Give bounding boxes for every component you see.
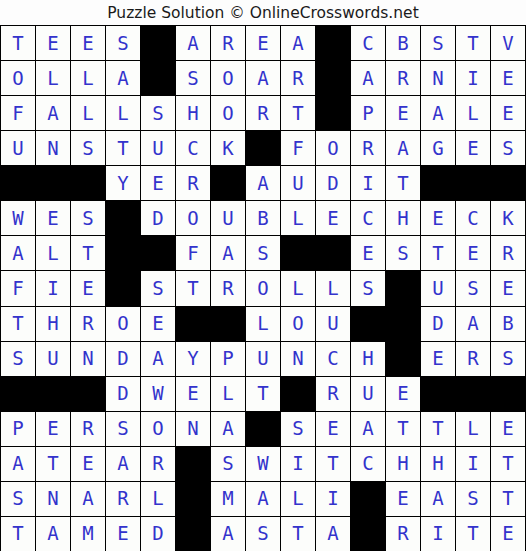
- letter-cell-r4c14: E: [456, 131, 490, 165]
- letter-cell-r11c5: W: [141, 377, 175, 411]
- letter-cell-r9c8: L: [246, 307, 280, 341]
- block-cell-r4c8: [246, 131, 280, 165]
- letter-cell-r6c6: O: [176, 201, 210, 235]
- letter-cell-r14c1: S: [1, 482, 35, 516]
- letter-cell-r3c15: E: [491, 96, 525, 130]
- letter-cell-r9c14: A: [456, 307, 490, 341]
- letter-cell-r1c12: B: [386, 26, 420, 60]
- block-cell-r14c6: [176, 482, 210, 516]
- letter-cell-r7c12: S: [386, 236, 420, 270]
- letter-cell-r8c13: U: [421, 271, 455, 305]
- letter-cell-r15c13: I: [421, 517, 455, 551]
- letter-cell-r10c7: P: [211, 342, 245, 376]
- block-cell-r11c14: [456, 377, 490, 411]
- block-cell-r8c12: [386, 271, 420, 305]
- letter-cell-r3c6: H: [176, 96, 210, 130]
- letter-cell-r2c8: A: [246, 61, 280, 95]
- letter-cell-r6c12: H: [386, 201, 420, 235]
- letter-cell-r3c11: P: [351, 96, 385, 130]
- letter-cell-r15c4: E: [106, 517, 140, 551]
- letter-cell-r13c8: W: [246, 447, 280, 481]
- block-cell-r3c10: [316, 96, 350, 130]
- block-cell-r7c9: [281, 236, 315, 270]
- letter-cell-r9c4: O: [106, 307, 140, 341]
- letter-cell-r5c5: E: [141, 166, 175, 200]
- letter-cell-r4c4: T: [106, 131, 140, 165]
- letter-cell-r6c3: S: [71, 201, 105, 235]
- letter-cell-r10c2: U: [36, 342, 70, 376]
- letter-cell-r11c4: D: [106, 377, 140, 411]
- letter-cell-r14c10: I: [316, 482, 350, 516]
- block-cell-r11c13: [421, 377, 455, 411]
- letter-cell-r5c6: R: [176, 166, 210, 200]
- letter-cell-r1c11: C: [351, 26, 385, 60]
- block-cell-r2c5: [141, 61, 175, 95]
- letter-cell-r4c5: U: [141, 131, 175, 165]
- letter-cell-r14c13: A: [421, 482, 455, 516]
- letter-cell-r10c5: A: [141, 342, 175, 376]
- letter-cell-r13c13: H: [421, 447, 455, 481]
- letter-cell-r10c6: Y: [176, 342, 210, 376]
- letter-cell-r5c10: D: [316, 166, 350, 200]
- letter-cell-r6c13: E: [421, 201, 455, 235]
- letter-cell-r1c14: T: [456, 26, 490, 60]
- letter-cell-r10c13: E: [421, 342, 455, 376]
- letter-cell-r6c11: C: [351, 201, 385, 235]
- letter-cell-r9c13: D: [421, 307, 455, 341]
- letter-cell-r12c7: A: [211, 412, 245, 446]
- letter-cell-r3c1: F: [1, 96, 35, 130]
- letter-cell-r15c2: A: [36, 517, 70, 551]
- letter-cell-r4c10: O: [316, 131, 350, 165]
- letter-cell-r5c9: U: [281, 166, 315, 200]
- block-cell-r7c10: [316, 236, 350, 270]
- letter-cell-r13c2: T: [36, 447, 70, 481]
- letter-cell-r8c14: S: [456, 271, 490, 305]
- letter-cell-r14c4: R: [106, 482, 140, 516]
- letter-cell-r6c1: W: [1, 201, 35, 235]
- letter-cell-r7c1: A: [1, 236, 35, 270]
- letter-cell-r6c10: E: [316, 201, 350, 235]
- letter-cell-r14c12: E: [386, 482, 420, 516]
- letter-cell-r6c14: C: [456, 201, 490, 235]
- letter-cell-r15c1: T: [1, 517, 35, 551]
- letter-cell-r12c4: S: [106, 412, 140, 446]
- letter-cell-r9c9: O: [281, 307, 315, 341]
- letter-cell-r1c9: A: [281, 26, 315, 60]
- letter-cell-r13c12: H: [386, 447, 420, 481]
- letter-cell-r7c6: F: [176, 236, 210, 270]
- letter-cell-r7c3: T: [71, 236, 105, 270]
- letter-cell-r12c3: R: [71, 412, 105, 446]
- letter-cell-r2c9: R: [281, 61, 315, 95]
- letter-cell-r9c3: R: [71, 307, 105, 341]
- letter-cell-r13c5: R: [141, 447, 175, 481]
- letter-cell-r2c2: L: [36, 61, 70, 95]
- letter-cell-r6c7: U: [211, 201, 245, 235]
- letter-cell-r10c8: U: [246, 342, 280, 376]
- letter-cell-r4c2: N: [36, 131, 70, 165]
- block-cell-r5c7: [211, 166, 245, 200]
- letter-cell-r15c5: D: [141, 517, 175, 551]
- letter-cell-r4c9: F: [281, 131, 315, 165]
- letter-cell-r14c2: N: [36, 482, 70, 516]
- letter-cell-r14c3: A: [71, 482, 105, 516]
- letter-cell-r10c14: R: [456, 342, 490, 376]
- letter-cell-r7c7: A: [211, 236, 245, 270]
- letter-cell-r15c3: M: [71, 517, 105, 551]
- letter-cell-r2c1: O: [1, 61, 35, 95]
- letter-cell-r1c2: E: [36, 26, 70, 60]
- letter-cell-r14c15: T: [491, 482, 525, 516]
- letter-cell-r15c8: S: [246, 517, 280, 551]
- block-cell-r15c11: [351, 517, 385, 551]
- letter-cell-r15c10: A: [316, 517, 350, 551]
- letter-cell-r13c10: T: [316, 447, 350, 481]
- block-cell-r2c10: [316, 61, 350, 95]
- letter-cell-r1c15: V: [491, 26, 525, 60]
- block-cell-r9c6: [176, 307, 210, 341]
- block-cell-r1c5: [141, 26, 175, 60]
- block-cell-r11c2: [36, 377, 70, 411]
- letter-cell-r13c3: E: [71, 447, 105, 481]
- letter-cell-r3c14: L: [456, 96, 490, 130]
- letter-cell-r9c10: U: [316, 307, 350, 341]
- block-cell-r11c15: [491, 377, 525, 411]
- block-cell-r1c10: [316, 26, 350, 60]
- letter-cell-r7c11: E: [351, 236, 385, 270]
- letter-cell-r3c12: E: [386, 96, 420, 130]
- letter-cell-r12c10: E: [316, 412, 350, 446]
- letter-cell-r15c15: E: [491, 517, 525, 551]
- letter-cell-r12c5: O: [141, 412, 175, 446]
- letter-cell-r3c8: R: [246, 96, 280, 130]
- letter-cell-r13c7: S: [211, 447, 245, 481]
- letter-cell-r10c10: C: [316, 342, 350, 376]
- letter-cell-r2c14: I: [456, 61, 490, 95]
- letter-cell-r9c2: H: [36, 307, 70, 341]
- letter-cell-r13c1: A: [1, 447, 35, 481]
- letter-cell-r6c9: L: [281, 201, 315, 235]
- letter-cell-r6c8: B: [246, 201, 280, 235]
- letter-cell-r4c3: S: [71, 131, 105, 165]
- letter-cell-r12c2: E: [36, 412, 70, 446]
- letter-cell-r7c2: L: [36, 236, 70, 270]
- letter-cell-r12c15: E: [491, 412, 525, 446]
- letter-cell-r10c11: H: [351, 342, 385, 376]
- letter-cell-r2c7: O: [211, 61, 245, 95]
- letter-cell-r8c6: T: [176, 271, 210, 305]
- letter-cell-r2c13: N: [421, 61, 455, 95]
- block-cell-r12c8: [246, 412, 280, 446]
- block-cell-r9c7: [211, 307, 245, 341]
- letter-cell-r10c4: D: [106, 342, 140, 376]
- letter-cell-r4c1: U: [1, 131, 35, 165]
- block-cell-r7c5: [141, 236, 175, 270]
- letter-cell-r6c5: D: [141, 201, 175, 235]
- letter-cell-r11c12: E: [386, 377, 420, 411]
- page-title: Puzzle Solution © OnlineCrosswords.net: [0, 0, 526, 25]
- letter-cell-r12c13: T: [421, 412, 455, 446]
- block-cell-r7c4: [106, 236, 140, 270]
- block-cell-r11c9: [281, 377, 315, 411]
- block-cell-r5c3: [71, 166, 105, 200]
- letter-cell-r13c4: A: [106, 447, 140, 481]
- letter-cell-r7c8: S: [246, 236, 280, 270]
- letter-cell-r5c11: I: [351, 166, 385, 200]
- letter-cell-r1c3: E: [71, 26, 105, 60]
- letter-cell-r5c4: Y: [106, 166, 140, 200]
- block-cell-r9c11: [351, 307, 385, 341]
- letter-cell-r10c3: N: [71, 342, 105, 376]
- block-cell-r5c14: [456, 166, 490, 200]
- letter-cell-r8c7: R: [211, 271, 245, 305]
- letter-cell-r3c4: L: [106, 96, 140, 130]
- letter-cell-r14c8: A: [246, 482, 280, 516]
- letter-cell-r4c12: A: [386, 131, 420, 165]
- block-cell-r14c11: [351, 482, 385, 516]
- letter-cell-r8c8: O: [246, 271, 280, 305]
- letter-cell-r4c6: C: [176, 131, 210, 165]
- letter-cell-r10c9: N: [281, 342, 315, 376]
- letter-cell-r12c14: L: [456, 412, 490, 446]
- letter-cell-r1c7: R: [211, 26, 245, 60]
- letter-cell-r13c14: I: [456, 447, 490, 481]
- letter-cell-r11c6: E: [176, 377, 210, 411]
- letter-cell-r4c11: R: [351, 131, 385, 165]
- letter-cell-r11c11: U: [351, 377, 385, 411]
- letter-cell-r15c14: T: [456, 517, 490, 551]
- letter-cell-r8c10: L: [316, 271, 350, 305]
- letter-cell-r1c1: T: [1, 26, 35, 60]
- letter-cell-r7c14: E: [456, 236, 490, 270]
- letter-cell-r8c5: S: [141, 271, 175, 305]
- letter-cell-r15c9: T: [281, 517, 315, 551]
- letter-cell-r11c8: T: [246, 377, 280, 411]
- letter-cell-r3c7: O: [211, 96, 245, 130]
- letter-cell-r14c14: S: [456, 482, 490, 516]
- letter-cell-r8c11: S: [351, 271, 385, 305]
- letter-cell-r2c3: L: [71, 61, 105, 95]
- letter-cell-r10c1: S: [1, 342, 35, 376]
- letter-cell-r6c15: K: [491, 201, 525, 235]
- letter-cell-r1c6: A: [176, 26, 210, 60]
- letter-cell-r4c13: G: [421, 131, 455, 165]
- letter-cell-r8c1: F: [1, 271, 35, 305]
- block-cell-r6c4: [106, 201, 140, 235]
- letter-cell-r12c12: T: [386, 412, 420, 446]
- letter-cell-r13c9: I: [281, 447, 315, 481]
- letter-cell-r15c7: A: [211, 517, 245, 551]
- letter-cell-r12c11: A: [351, 412, 385, 446]
- letter-cell-r12c1: P: [1, 412, 35, 446]
- letter-cell-r8c9: L: [281, 271, 315, 305]
- letter-cell-r9c5: E: [141, 307, 175, 341]
- letter-cell-r4c7: K: [211, 131, 245, 165]
- block-cell-r8c4: [106, 271, 140, 305]
- letter-cell-r3c2: A: [36, 96, 70, 130]
- letter-cell-r2c15: E: [491, 61, 525, 95]
- block-cell-r9c12: [386, 307, 420, 341]
- letter-cell-r3c3: L: [71, 96, 105, 130]
- letter-cell-r5c8: A: [246, 166, 280, 200]
- block-cell-r11c3: [71, 377, 105, 411]
- block-cell-r5c15: [491, 166, 525, 200]
- letter-cell-r15c12: R: [386, 517, 420, 551]
- letter-cell-r8c15: E: [491, 271, 525, 305]
- letter-cell-r13c11: C: [351, 447, 385, 481]
- letter-cell-r2c12: R: [386, 61, 420, 95]
- letter-cell-r9c15: B: [491, 307, 525, 341]
- letter-cell-r14c9: L: [281, 482, 315, 516]
- letter-cell-r8c2: I: [36, 271, 70, 305]
- letter-cell-r9c1: T: [1, 307, 35, 341]
- letter-cell-r3c13: A: [421, 96, 455, 130]
- letter-cell-r5c12: T: [386, 166, 420, 200]
- letter-cell-r2c6: S: [176, 61, 210, 95]
- letter-cell-r13c15: T: [491, 447, 525, 481]
- letter-cell-r1c13: S: [421, 26, 455, 60]
- block-cell-r15c6: [176, 517, 210, 551]
- block-cell-r5c1: [1, 166, 35, 200]
- letter-cell-r12c9: S: [281, 412, 315, 446]
- letter-cell-r6c2: E: [36, 201, 70, 235]
- letter-cell-r2c11: A: [351, 61, 385, 95]
- block-cell-r5c2: [36, 166, 70, 200]
- block-cell-r10c12: [386, 342, 420, 376]
- letter-cell-r4c15: S: [491, 131, 525, 165]
- letter-cell-r10c15: S: [491, 342, 525, 376]
- letter-cell-r1c4: S: [106, 26, 140, 60]
- block-cell-r11c1: [1, 377, 35, 411]
- crossword-grid: TEESAREACBSTVOLLASOARARNIEFALLSHORTPEALE…: [0, 25, 526, 551]
- letter-cell-r11c7: L: [211, 377, 245, 411]
- letter-cell-r7c13: T: [421, 236, 455, 270]
- block-cell-r13c6: [176, 447, 210, 481]
- letter-cell-r3c9: T: [281, 96, 315, 130]
- block-cell-r5c13: [421, 166, 455, 200]
- letter-cell-r12c6: N: [176, 412, 210, 446]
- letter-cell-r14c7: M: [211, 482, 245, 516]
- letter-cell-r2c4: A: [106, 61, 140, 95]
- letter-cell-r14c5: L: [141, 482, 175, 516]
- letter-cell-r8c3: E: [71, 271, 105, 305]
- letter-cell-r7c15: R: [491, 236, 525, 270]
- letter-cell-r1c8: E: [246, 26, 280, 60]
- letter-cell-r3c5: S: [141, 96, 175, 130]
- letter-cell-r11c10: R: [316, 377, 350, 411]
